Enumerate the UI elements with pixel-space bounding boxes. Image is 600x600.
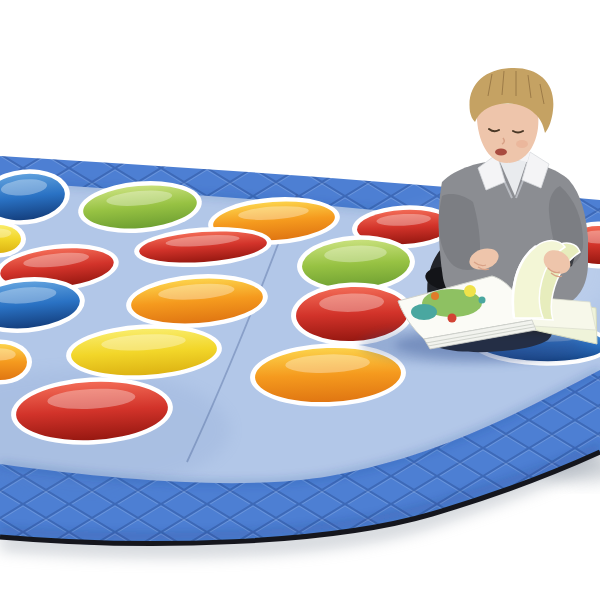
- scene-canvas: [0, 0, 600, 600]
- mouth: [495, 149, 507, 156]
- product-photo: [0, 0, 600, 600]
- cheek: [516, 140, 528, 148]
